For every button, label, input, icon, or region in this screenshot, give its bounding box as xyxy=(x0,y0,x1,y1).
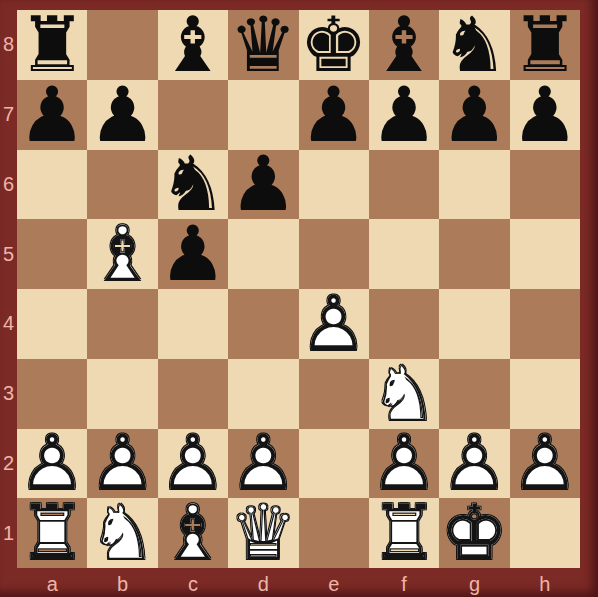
black-knight[interactable]: ♞ xyxy=(439,10,509,80)
square-c5[interactable]: ♟ xyxy=(158,219,228,289)
square-c3[interactable] xyxy=(158,359,228,429)
square-c8[interactable]: ♝ xyxy=(158,10,228,80)
square-f1[interactable]: ♜♖ xyxy=(369,498,439,568)
piece-outline-glyph: ♙ xyxy=(87,429,157,499)
square-a6[interactable] xyxy=(17,150,87,220)
square-b3[interactable] xyxy=(87,359,157,429)
black-pawn[interactable]: ♟ xyxy=(510,80,580,150)
piece-glyph: ♜ xyxy=(510,10,580,80)
square-f2[interactable]: ♟♙ xyxy=(369,429,439,499)
rank-label: 5 xyxy=(0,219,17,289)
piece-glyph: ♟ xyxy=(17,80,87,150)
rank-label: 4 xyxy=(0,289,17,359)
piece-glyph: ♟ xyxy=(228,150,298,220)
black-bishop[interactable]: ♝ xyxy=(369,10,439,80)
square-f6[interactable] xyxy=(369,150,439,220)
square-f4[interactable] xyxy=(369,289,439,359)
file-label: b xyxy=(87,568,157,597)
white-pawn[interactable]: ♟♙ xyxy=(369,429,439,499)
square-d1[interactable]: ♛♕ xyxy=(228,498,298,568)
square-h2[interactable]: ♟♙ xyxy=(510,429,580,499)
piece-outline-glyph: ♔ xyxy=(439,498,509,568)
black-pawn[interactable]: ♟ xyxy=(299,80,369,150)
square-b5[interactable]: ♝♗ xyxy=(87,219,157,289)
square-g8[interactable]: ♞ xyxy=(439,10,509,80)
white-pawn[interactable]: ♟♙ xyxy=(158,429,228,499)
piece-outline-glyph: ♗ xyxy=(87,219,157,289)
square-d4[interactable] xyxy=(228,289,298,359)
piece-outline-glyph: ♙ xyxy=(299,289,369,359)
file-label: f xyxy=(369,568,439,597)
chess-board-frame: 87654321 abcdefgh ♜♝♛♚♝♞♜♟♟♟♟♟♟♞♟♝♗♟♟♙♞♘… xyxy=(0,0,598,597)
piece-glyph: ♟ xyxy=(299,289,369,359)
square-a4[interactable] xyxy=(17,289,87,359)
square-c7[interactable] xyxy=(158,80,228,150)
square-h7[interactable]: ♟ xyxy=(510,80,580,150)
black-rook[interactable]: ♜ xyxy=(510,10,580,80)
piece-glyph: ♞ xyxy=(369,359,439,429)
square-h5[interactable] xyxy=(510,219,580,289)
square-d2[interactable]: ♟♙ xyxy=(228,429,298,499)
square-h3[interactable] xyxy=(510,359,580,429)
piece-glyph: ♟ xyxy=(87,80,157,150)
piece-outline-glyph: ♙ xyxy=(510,429,580,499)
white-rook[interactable]: ♜♖ xyxy=(17,498,87,568)
piece-glyph: ♚ xyxy=(439,498,509,568)
piece-glyph: ♟ xyxy=(439,80,509,150)
piece-glyph: ♟ xyxy=(369,80,439,150)
square-e5[interactable] xyxy=(299,219,369,289)
piece-glyph: ♝ xyxy=(158,498,228,568)
white-pawn[interactable]: ♟♙ xyxy=(17,429,87,499)
square-f7[interactable]: ♟ xyxy=(369,80,439,150)
square-a1[interactable]: ♜♖ xyxy=(17,498,87,568)
piece-glyph: ♛ xyxy=(228,10,298,80)
piece-outline-glyph: ♖ xyxy=(369,498,439,568)
piece-glyph: ♜ xyxy=(17,498,87,568)
piece-outline-glyph: ♕ xyxy=(228,498,298,568)
square-b6[interactable] xyxy=(87,150,157,220)
white-rook[interactable]: ♜♖ xyxy=(369,498,439,568)
square-g6[interactable] xyxy=(439,150,509,220)
square-b7[interactable]: ♟ xyxy=(87,80,157,150)
piece-outline-glyph: ♙ xyxy=(439,429,509,499)
square-f5[interactable] xyxy=(369,219,439,289)
square-d3[interactable] xyxy=(228,359,298,429)
square-e7[interactable]: ♟ xyxy=(299,80,369,150)
white-pawn[interactable]: ♟♙ xyxy=(299,289,369,359)
square-f3[interactable]: ♞♘ xyxy=(369,359,439,429)
black-pawn[interactable]: ♟ xyxy=(87,80,157,150)
file-label: e xyxy=(299,568,369,597)
square-g3[interactable] xyxy=(439,359,509,429)
square-b1[interactable]: ♞♘ xyxy=(87,498,157,568)
black-pawn[interactable]: ♟ xyxy=(439,80,509,150)
square-d6[interactable]: ♟ xyxy=(228,150,298,220)
white-pawn[interactable]: ♟♙ xyxy=(87,429,157,499)
square-a3[interactable] xyxy=(17,359,87,429)
rank-label: 6 xyxy=(0,150,17,220)
square-e8[interactable]: ♚ xyxy=(299,10,369,80)
rank-label: 8 xyxy=(0,10,17,80)
rank-label: 2 xyxy=(0,429,17,499)
square-d7[interactable] xyxy=(228,80,298,150)
piece-glyph: ♞ xyxy=(439,10,509,80)
white-pawn[interactable]: ♟♙ xyxy=(439,429,509,499)
white-knight[interactable]: ♞♘ xyxy=(369,359,439,429)
piece-glyph: ♛ xyxy=(228,498,298,568)
square-h6[interactable] xyxy=(510,150,580,220)
black-queen[interactable]: ♛ xyxy=(228,10,298,80)
black-pawn[interactable]: ♟ xyxy=(17,80,87,150)
piece-glyph: ♝ xyxy=(369,10,439,80)
piece-glyph: ♟ xyxy=(299,80,369,150)
square-e4[interactable]: ♟♙ xyxy=(299,289,369,359)
square-b8[interactable] xyxy=(87,10,157,80)
black-knight[interactable]: ♞ xyxy=(158,150,228,220)
black-pawn[interactable]: ♟ xyxy=(228,150,298,220)
square-c4[interactable] xyxy=(158,289,228,359)
file-label: c xyxy=(158,568,228,597)
square-d5[interactable] xyxy=(228,219,298,289)
piece-glyph: ♜ xyxy=(17,10,87,80)
square-b4[interactable] xyxy=(87,289,157,359)
piece-glyph: ♟ xyxy=(510,429,580,499)
square-e3[interactable] xyxy=(299,359,369,429)
file-label: g xyxy=(439,568,509,597)
white-pawn[interactable]: ♟♙ xyxy=(228,429,298,499)
black-pawn[interactable]: ♟ xyxy=(158,219,228,289)
white-bishop[interactable]: ♝♗ xyxy=(158,498,228,568)
square-h4[interactable] xyxy=(510,289,580,359)
square-b2[interactable]: ♟♙ xyxy=(87,429,157,499)
piece-glyph: ♝ xyxy=(158,10,228,80)
piece-outline-glyph: ♙ xyxy=(369,429,439,499)
piece-glyph: ♟ xyxy=(158,429,228,499)
file-labels: abcdefgh xyxy=(17,568,580,597)
rank-labels: 87654321 xyxy=(0,10,17,568)
square-e2[interactable] xyxy=(299,429,369,499)
square-a2[interactable]: ♟♙ xyxy=(17,429,87,499)
white-king[interactable]: ♚♔ xyxy=(439,498,509,568)
square-c6[interactable]: ♞ xyxy=(158,150,228,220)
rank-label: 7 xyxy=(0,80,17,150)
piece-outline-glyph: ♘ xyxy=(369,359,439,429)
square-g7[interactable]: ♟ xyxy=(439,80,509,150)
piece-outline-glyph: ♙ xyxy=(228,429,298,499)
white-queen[interactable]: ♛♕ xyxy=(228,498,298,568)
square-a5[interactable] xyxy=(17,219,87,289)
square-h8[interactable]: ♜ xyxy=(510,10,580,80)
piece-glyph: ♞ xyxy=(158,150,228,220)
piece-glyph: ♟ xyxy=(510,80,580,150)
square-g1[interactable]: ♚♔ xyxy=(439,498,509,568)
piece-outline-glyph: ♘ xyxy=(87,498,157,568)
square-f8[interactable]: ♝ xyxy=(369,10,439,80)
piece-glyph: ♚ xyxy=(299,10,369,80)
piece-glyph: ♜ xyxy=(369,498,439,568)
chess-board: ♜♝♛♚♝♞♜♟♟♟♟♟♟♞♟♝♗♟♟♙♞♘♟♙♟♙♟♙♟♙♟♙♟♙♟♙♜♖♞♘… xyxy=(17,10,580,568)
square-a8[interactable]: ♜ xyxy=(17,10,87,80)
rank-label: 3 xyxy=(0,359,17,429)
square-a7[interactable]: ♟ xyxy=(17,80,87,150)
square-h1[interactable] xyxy=(510,498,580,568)
black-bishop[interactable]: ♝ xyxy=(158,10,228,80)
piece-glyph: ♟ xyxy=(228,429,298,499)
white-knight[interactable]: ♞♘ xyxy=(87,498,157,568)
piece-glyph: ♟ xyxy=(369,429,439,499)
file-label: h xyxy=(510,568,580,597)
piece-glyph: ♟ xyxy=(87,429,157,499)
file-label: d xyxy=(228,568,298,597)
square-e1[interactable] xyxy=(299,498,369,568)
white-pawn[interactable]: ♟♙ xyxy=(510,429,580,499)
piece-glyph: ♞ xyxy=(87,498,157,568)
piece-outline-glyph: ♙ xyxy=(158,429,228,499)
square-g2[interactable]: ♟♙ xyxy=(439,429,509,499)
piece-glyph: ♟ xyxy=(439,429,509,499)
piece-outline-glyph: ♙ xyxy=(17,429,87,499)
piece-glyph: ♟ xyxy=(158,219,228,289)
square-g5[interactable] xyxy=(439,219,509,289)
square-d8[interactable]: ♛ xyxy=(228,10,298,80)
black-king[interactable]: ♚ xyxy=(299,10,369,80)
black-rook[interactable]: ♜ xyxy=(17,10,87,80)
piece-glyph: ♝ xyxy=(87,219,157,289)
square-c1[interactable]: ♝♗ xyxy=(158,498,228,568)
square-c2[interactable]: ♟♙ xyxy=(158,429,228,499)
square-e6[interactable] xyxy=(299,150,369,220)
white-bishop[interactable]: ♝♗ xyxy=(87,219,157,289)
piece-outline-glyph: ♗ xyxy=(158,498,228,568)
rank-label: 1 xyxy=(0,498,17,568)
square-g4[interactable] xyxy=(439,289,509,359)
file-label: a xyxy=(17,568,87,597)
black-pawn[interactable]: ♟ xyxy=(369,80,439,150)
piece-outline-glyph: ♖ xyxy=(17,498,87,568)
piece-glyph: ♟ xyxy=(17,429,87,499)
